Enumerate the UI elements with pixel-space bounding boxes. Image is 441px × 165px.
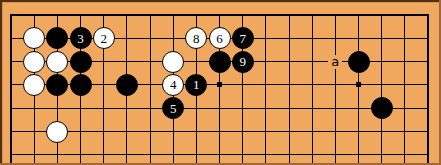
black-stone [371, 97, 393, 119]
white-stone [46, 51, 68, 73]
black-stone [209, 51, 231, 73]
white-stone [23, 74, 45, 96]
stones-layer: 328679415 [0, 0, 441, 165]
black-stone [46, 74, 68, 96]
move-number: 8 [193, 31, 200, 44]
white-stone [23, 27, 45, 49]
black-stone [70, 74, 92, 96]
move-number: 3 [77, 31, 84, 44]
white-stone-move-8: 8 [185, 27, 207, 49]
move-number: 1 [193, 78, 200, 91]
black-stone [46, 27, 68, 49]
move-number: 5 [170, 101, 177, 114]
move-number: 4 [170, 78, 177, 91]
black-stone [70, 51, 92, 73]
black-stone-move-3: 3 [70, 27, 92, 49]
white-stone [162, 51, 184, 73]
black-stone-move-9: 9 [232, 51, 254, 73]
move-number: 2 [100, 31, 107, 44]
black-stone-move-1: 1 [185, 74, 207, 96]
move-number: 7 [239, 31, 246, 44]
white-stone [23, 51, 45, 73]
white-stone [46, 121, 68, 143]
black-stone-move-5: 5 [162, 97, 184, 119]
white-stone-move-6: 6 [209, 27, 231, 49]
white-stone-move-4: 4 [162, 74, 184, 96]
move-number: 6 [216, 31, 223, 44]
move-number: 9 [239, 55, 246, 68]
go-board-diagram: a 328679415 [0, 0, 441, 165]
white-stone-move-2: 2 [93, 27, 115, 49]
black-stone-move-7: 7 [232, 27, 254, 49]
black-stone [116, 74, 138, 96]
black-stone [348, 51, 370, 73]
